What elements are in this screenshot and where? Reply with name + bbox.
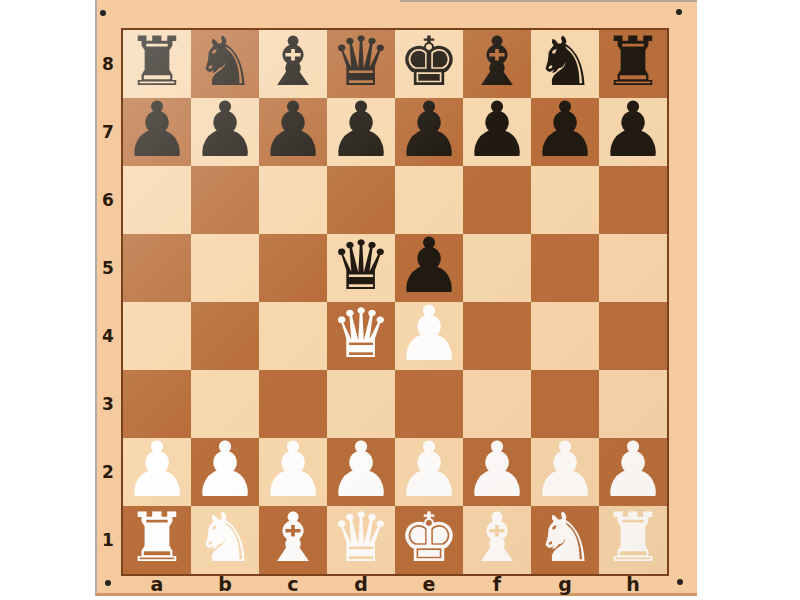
piece-white-pawn[interactable]: ♟ xyxy=(463,432,531,508)
square-h6[interactable] xyxy=(599,166,667,234)
piece-white-knight[interactable]: ♞ xyxy=(195,504,256,572)
file-label-a: a xyxy=(123,573,191,595)
file-label-f: f xyxy=(463,573,531,595)
piece-white-pawn[interactable]: ♟ xyxy=(327,432,395,508)
rank-label-2: 2 xyxy=(95,438,121,506)
piece-white-pawn[interactable]: ♟ xyxy=(395,296,463,372)
rank-label-5: 5 xyxy=(95,234,121,302)
square-a5[interactable] xyxy=(123,234,191,302)
photo-edge-line xyxy=(400,0,697,2)
square-h4[interactable] xyxy=(599,302,667,370)
square-f2[interactable]: ♟ xyxy=(463,438,531,506)
piece-black-pawn[interactable]: ♟ xyxy=(259,92,327,168)
square-c4[interactable] xyxy=(259,302,327,370)
square-c2[interactable]: ♟ xyxy=(259,438,327,506)
mounting-dot-bottom-right xyxy=(677,579,683,585)
file-label-c: c xyxy=(259,573,327,595)
piece-black-queen[interactable]: ♛ xyxy=(331,232,392,300)
piece-white-pawn[interactable]: ♟ xyxy=(531,432,599,508)
mounting-dot-bottom-left xyxy=(105,580,111,586)
square-c5[interactable] xyxy=(259,234,327,302)
rank-label-1: 1 xyxy=(95,506,121,574)
square-d7[interactable]: ♟ xyxy=(327,98,395,166)
piece-black-pawn[interactable]: ♟ xyxy=(327,92,395,168)
square-b4[interactable] xyxy=(191,302,259,370)
piece-white-pawn[interactable]: ♟ xyxy=(395,432,463,508)
square-a2[interactable]: ♟ xyxy=(123,438,191,506)
file-label-b: b xyxy=(191,573,259,595)
square-c7[interactable]: ♟ xyxy=(259,98,327,166)
piece-black-pawn[interactable]: ♟ xyxy=(123,92,191,168)
rank-label-7: 7 xyxy=(95,98,121,166)
square-g6[interactable] xyxy=(531,166,599,234)
piece-white-pawn[interactable]: ♟ xyxy=(259,432,327,508)
piece-white-pawn[interactable]: ♟ xyxy=(123,432,191,508)
piece-white-pawn[interactable]: ♟ xyxy=(191,432,259,508)
piece-black-pawn[interactable]: ♟ xyxy=(531,92,599,168)
piece-black-pawn[interactable]: ♟ xyxy=(395,92,463,168)
square-g5[interactable] xyxy=(531,234,599,302)
square-b6[interactable] xyxy=(191,166,259,234)
square-a4[interactable] xyxy=(123,302,191,370)
mounting-dot-top-left xyxy=(100,10,106,16)
square-a6[interactable] xyxy=(123,166,191,234)
square-e2[interactable]: ♟ xyxy=(395,438,463,506)
piece-white-king[interactable]: ♚ xyxy=(399,504,460,572)
square-d5[interactable]: ♛ xyxy=(327,234,395,302)
square-g2[interactable]: ♟ xyxy=(531,438,599,506)
square-b1[interactable]: ♞ xyxy=(191,506,259,574)
file-label-g: g xyxy=(531,573,599,595)
square-f1[interactable]: ♝ xyxy=(463,506,531,574)
square-f7[interactable]: ♟ xyxy=(463,98,531,166)
square-h2[interactable]: ♟ xyxy=(599,438,667,506)
square-b7[interactable]: ♟ xyxy=(191,98,259,166)
square-e1[interactable]: ♚ xyxy=(395,506,463,574)
chess-board: ♜♞♝♛♚♝♞♜♟♟♟♟♟♟♟♟♛♟♛♟♟♟♟♟♟♟♟♟♜♞♝♛♚♝♞♜ xyxy=(121,28,669,576)
piece-black-pawn[interactable]: ♟ xyxy=(191,92,259,168)
square-b5[interactable] xyxy=(191,234,259,302)
mounting-dot-top-right xyxy=(676,9,682,15)
piece-white-queen[interactable]: ♛ xyxy=(331,504,392,572)
file-label-h: h xyxy=(599,573,667,595)
square-h7[interactable]: ♟ xyxy=(599,98,667,166)
rank-label-8: 8 xyxy=(95,30,121,98)
piece-black-pawn[interactable]: ♟ xyxy=(599,92,667,168)
rank-label-3: 3 xyxy=(95,370,121,438)
rank-labels: 87654321 xyxy=(95,30,121,574)
square-d2[interactable]: ♟ xyxy=(327,438,395,506)
square-h5[interactable] xyxy=(599,234,667,302)
square-f4[interactable] xyxy=(463,302,531,370)
piece-white-pawn[interactable]: ♟ xyxy=(599,432,667,508)
rank-label-6: 6 xyxy=(95,166,121,234)
square-b2[interactable]: ♟ xyxy=(191,438,259,506)
square-d4[interactable]: ♛ xyxy=(327,302,395,370)
square-a1[interactable]: ♜ xyxy=(123,506,191,574)
piece-white-knight[interactable]: ♞ xyxy=(535,504,596,572)
square-h1[interactable]: ♜ xyxy=(599,506,667,574)
square-f6[interactable] xyxy=(463,166,531,234)
file-labels: abcdefgh xyxy=(123,573,667,595)
rank-label-4: 4 xyxy=(95,302,121,370)
square-g4[interactable] xyxy=(531,302,599,370)
square-e7[interactable]: ♟ xyxy=(395,98,463,166)
piece-white-bishop[interactable]: ♝ xyxy=(467,504,528,572)
square-d1[interactable]: ♛ xyxy=(327,506,395,574)
square-g7[interactable]: ♟ xyxy=(531,98,599,166)
piece-white-rook[interactable]: ♜ xyxy=(603,504,664,572)
file-label-d: d xyxy=(327,573,395,595)
square-g1[interactable]: ♞ xyxy=(531,506,599,574)
square-f5[interactable] xyxy=(463,234,531,302)
piece-white-queen[interactable]: ♛ xyxy=(331,300,392,368)
piece-white-bishop[interactable]: ♝ xyxy=(263,504,324,572)
square-e4[interactable]: ♟ xyxy=(395,302,463,370)
file-label-e: e xyxy=(395,573,463,595)
square-c6[interactable] xyxy=(259,166,327,234)
piece-white-rook[interactable]: ♜ xyxy=(127,504,188,572)
square-a7[interactable]: ♟ xyxy=(123,98,191,166)
square-c1[interactable]: ♝ xyxy=(259,506,327,574)
piece-black-pawn[interactable]: ♟ xyxy=(463,92,531,168)
square-d6[interactable] xyxy=(327,166,395,234)
